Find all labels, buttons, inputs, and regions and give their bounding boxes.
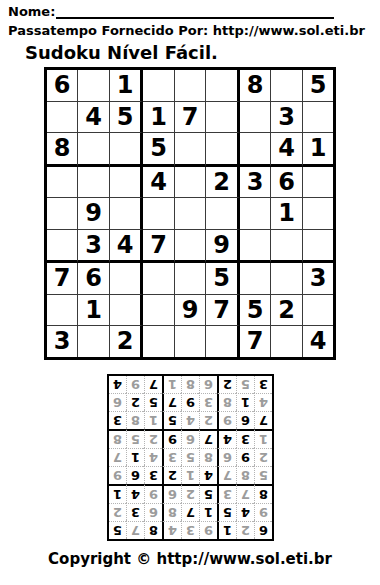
solution-cell-r3c6: 6 [162,484,181,503]
cell-r2c5[interactable]: 7 [175,102,207,134]
cell-r9c3[interactable]: 2 [110,326,144,357]
cell-r9c5[interactable] [175,326,207,357]
cell-r4c3[interactable] [110,167,144,199]
solution-cell-r2c9: 2 [109,503,126,521]
solution-cell-r5c7: 4 [144,448,162,466]
solution-cell-r5c4: 8 [199,448,217,466]
solution-cell-r2c5: 7 [181,503,199,521]
solution-cell-r8c8: 2 [126,393,144,411]
solution-cell-r3c5: 2 [181,484,199,503]
name-row: Nome: [8,4,334,19]
cell-r2c1[interactable] [47,102,79,134]
solution-cell-r3c3: 3 [217,484,236,503]
cell-r1c2[interactable] [78,70,110,102]
cell-r2c6[interactable] [206,102,240,134]
cell-r2c7[interactable] [240,102,272,134]
solution-cell-r1c3: 1 [217,521,236,539]
cell-r5c1[interactable] [47,198,79,230]
solution-cell-r1c9: 5 [109,521,126,539]
solution-cell-r7c5: 4 [181,411,199,429]
solution-cell-r1c4: 9 [199,521,217,539]
cell-r9c7[interactable]: 7 [240,326,272,357]
cell-r5c8[interactable]: 1 [271,198,303,230]
solution-cell-r1c8: 7 [126,521,144,539]
cell-r1c4[interactable] [143,70,175,102]
cell-r5c3[interactable] [110,198,144,230]
solution-cell-r7c2: 6 [236,411,254,429]
cell-r2c2[interactable]: 4 [78,102,110,134]
solution-cell-r2c1: 9 [254,503,272,521]
solution-cell-r3c4: 5 [199,484,217,503]
cell-r6c1[interactable] [47,230,79,264]
solution-cell-r1c7: 8 [144,521,162,539]
solution-cell-r4c9: 9 [109,466,126,484]
cell-r7c4[interactable] [143,263,175,295]
cell-r3c4[interactable]: 5 [143,133,175,167]
solution-cell-r2c2: 4 [236,503,254,521]
solution-cell-r9c1: 3 [254,376,272,393]
solution-cell-r6c2: 3 [236,429,254,448]
cell-r7c7[interactable] [240,263,272,295]
cell-r3c1[interactable]: 8 [47,133,79,167]
cell-r1c8[interactable] [271,70,303,102]
cell-r3c2[interactable] [78,133,110,167]
solution-cell-r8c2: 1 [236,393,254,411]
name-line [56,4,334,19]
solution-grid: 6219348759451786328735269415874123692968… [107,374,274,541]
solution-cell-r1c2: 2 [236,521,254,539]
cell-r9c2[interactable] [78,326,110,357]
solution-cell-r6c1: 1 [254,429,272,448]
solution-cell-r5c8: 1 [126,448,144,466]
cell-r7c1[interactable]: 7 [47,263,79,295]
cell-r5c9[interactable] [303,198,334,230]
cell-r2c4[interactable]: 1 [143,102,175,134]
solution-cell-r9c6: 1 [162,376,181,393]
cell-r2c3[interactable]: 5 [110,102,144,134]
solution-cell-r5c3: 6 [217,448,236,466]
solution-cell-r6c4: 7 [199,429,217,448]
cell-r5c2[interactable]: 9 [78,198,110,230]
cell-r3c6[interactable] [206,133,240,167]
cell-r2c9[interactable] [303,102,334,134]
cell-r9c6[interactable] [206,326,240,357]
cell-r1c5[interactable] [175,70,207,102]
solution-cell-r8c9: 6 [109,393,126,411]
solution-cell-r3c7: 9 [144,484,162,503]
cell-r4c5[interactable] [175,167,207,199]
cell-r7c9[interactable]: 3 [303,263,334,295]
solution-cell-r7c8: 8 [126,411,144,429]
name-label: Nome: [8,4,55,19]
solution-cell-r9c5: 8 [181,376,199,393]
cell-r8c8[interactable]: 2 [271,295,303,327]
cell-r4c4[interactable]: 4 [143,167,175,199]
cell-r9c8[interactable] [271,326,303,357]
solution-cell-r3c8: 4 [126,484,144,503]
cell-r9c9[interactable]: 4 [303,326,334,357]
cell-r8c5[interactable]: 9 [175,295,207,327]
solution-cell-r4c7: 3 [144,466,162,484]
solution-cell-r9c3: 2 [217,376,236,393]
cell-r8c9[interactable] [303,295,334,327]
cell-r4c1[interactable] [47,167,79,199]
solution-cell-r7c1: 7 [254,411,272,429]
cell-r7c6[interactable]: 5 [206,263,240,295]
cell-r6c7[interactable] [240,230,272,264]
solution-cell-r1c1: 6 [254,521,272,539]
solution-cell-r2c3: 5 [217,503,236,521]
solution-cell-r7c6: 5 [162,411,181,429]
cell-r6c2[interactable]: 3 [78,230,110,264]
cell-r4c9[interactable] [303,167,334,199]
cell-r4c2[interactable] [78,167,110,199]
cell-r8c6[interactable]: 7 [206,295,240,327]
cell-r6c5[interactable] [175,230,207,264]
solution-cell-r4c8: 6 [126,466,144,484]
cell-r6c8[interactable] [271,230,303,264]
cell-r8c7[interactable]: 5 [240,295,272,327]
solution-cell-r5c5: 5 [181,448,199,466]
solution-cell-r5c6: 3 [162,448,181,466]
cell-r7c3[interactable] [110,263,144,295]
solution-cell-r3c2: 7 [236,484,254,503]
solution-cell-r3c1: 8 [254,484,272,503]
solution-cell-r9c2: 5 [236,376,254,393]
cell-r1c6[interactable] [206,70,240,102]
solution-cell-r8c6: 7 [162,393,181,411]
cell-r3c5[interactable] [175,133,207,167]
cell-r6c4[interactable]: 7 [143,230,175,264]
solution-cell-r8c5: 9 [181,393,199,411]
solution-cell-r3c9: 1 [109,484,126,503]
solution-cell-r7c7: 1 [144,411,162,429]
solution-cell-r6c7: 2 [144,429,162,448]
solution-cell-r8c7: 5 [144,393,162,411]
cell-r3c9[interactable]: 1 [303,133,334,167]
cell-r6c9[interactable] [303,230,334,264]
solution-cell-r4c2: 8 [236,466,254,484]
solution-cell-r5c2: 9 [236,448,254,466]
cell-r8c3[interactable] [110,295,144,327]
cell-r5c5[interactable] [175,198,207,230]
solution-cell-r4c1: 5 [254,466,272,484]
solution-cell-r9c9: 4 [109,376,126,393]
cell-r1c7[interactable]: 8 [240,70,272,102]
solution-cell-r6c6: 9 [162,429,181,448]
solution-cell-r4c5: 1 [181,466,199,484]
cell-r8c1[interactable] [47,295,79,327]
cell-r6c3[interactable]: 4 [110,230,144,264]
cell-r2c8[interactable]: 3 [271,102,303,134]
cell-r8c4[interactable] [143,295,175,327]
sudoku-grid: 618545173854142369134797653197523274 [44,67,337,360]
solution-cell-r5c1: 2 [254,448,272,466]
solution-cell-r8c1: 4 [254,393,272,411]
cell-r3c7[interactable] [240,133,272,167]
cell-r4c8[interactable]: 6 [271,167,303,199]
solution-cell-r6c3: 4 [217,429,236,448]
solution-cell-r8c3: 8 [217,393,236,411]
cell-r1c3[interactable]: 1 [110,70,144,102]
solution-cell-r4c3: 7 [217,466,236,484]
cell-r5c4[interactable] [143,198,175,230]
solution-cell-r1c5: 3 [181,521,199,539]
solution-cell-r2c6: 8 [162,503,181,521]
cell-r7c8[interactable] [271,263,303,295]
cell-r9c1[interactable]: 3 [47,326,79,357]
cell-r4c7[interactable]: 3 [240,167,272,199]
solution-cell-r4c4: 4 [199,466,217,484]
cell-r5c7[interactable] [240,198,272,230]
cell-r5c6[interactable] [206,198,240,230]
provider-line: Passatempo Fornecido Por: http://www.sol… [8,23,372,38]
solution-cell-r5c9: 7 [109,448,126,466]
cell-r8c2[interactable]: 1 [78,295,110,327]
solution-cell-r2c8: 3 [126,503,144,521]
solution-cell-r7c4: 2 [199,411,217,429]
copyright-text: Copyright © http://www.sol.eti.br [0,550,380,568]
solution-cell-r9c7: 7 [144,376,162,393]
page-title: Sudoku Nível Fácil. [25,43,372,63]
cell-r3c3[interactable] [110,133,144,167]
solution-cell-r9c8: 9 [126,376,144,393]
cell-r3c8[interactable]: 4 [271,133,303,167]
solution-cell-r8c4: 3 [199,393,217,411]
solution-cell-r1c6: 4 [162,521,181,539]
solution-cell-r2c4: 1 [199,503,217,521]
solution-cell-r6c9: 8 [109,429,126,448]
cell-r1c1[interactable]: 6 [47,70,79,102]
page-header: Nome: Passatempo Fornecido Por: http://w… [0,0,380,63]
solution-cell-r6c5: 6 [181,429,199,448]
solution-cell-r2c7: 6 [144,503,162,521]
cell-r4c6[interactable]: 2 [206,167,240,199]
cell-r1c9[interactable]: 5 [303,70,334,102]
cell-r7c2[interactable]: 6 [78,263,110,295]
solution-cell-r7c9: 3 [109,411,126,429]
cell-r7c5[interactable] [175,263,207,295]
solution-cell-r4c6: 2 [162,466,181,484]
cell-r6c6[interactable]: 9 [206,230,240,264]
solution-cell-r9c4: 6 [199,376,217,393]
solution-cell-r7c3: 9 [217,411,236,429]
solution-cell-r6c8: 5 [126,429,144,448]
cell-r9c4[interactable] [143,326,175,357]
